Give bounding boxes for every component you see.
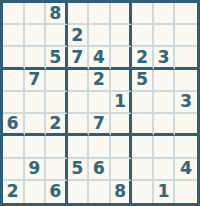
cell-r5c2[interactable] <box>25 92 47 114</box>
cell-r7c7[interactable] <box>132 136 154 158</box>
cell-r1c2[interactable] <box>25 3 47 25</box>
cell-r2c5[interactable] <box>89 25 111 47</box>
given-digit: 2 <box>72 27 84 44</box>
cell-r5c3[interactable] <box>46 92 68 114</box>
cell-r7c9[interactable] <box>175 136 197 158</box>
cell-r8c2[interactable]: 9 <box>25 159 47 181</box>
given-digit: 1 <box>114 93 126 110</box>
cell-r8c9[interactable]: 4 <box>175 159 197 181</box>
cell-r5c4[interactable] <box>68 92 90 114</box>
cell-r4c5[interactable]: 2 <box>89 70 111 92</box>
cell-r5c8[interactable] <box>154 92 176 114</box>
cell-r5c5[interactable] <box>89 92 111 114</box>
cell-r4c9[interactable] <box>175 70 197 92</box>
cell-r9c5[interactable] <box>89 181 111 203</box>
cell-r1c4[interactable] <box>68 3 90 25</box>
cell-r8c6[interactable] <box>111 159 133 181</box>
cell-r7c4[interactable] <box>68 136 90 158</box>
cell-r9c9[interactable] <box>175 181 197 203</box>
given-digit: 6 <box>49 183 61 200</box>
cell-r1c5[interactable] <box>89 3 111 25</box>
cell-r3c4[interactable]: 7 <box>68 47 90 69</box>
given-digit: 5 <box>136 71 148 88</box>
cell-r9c8[interactable]: 1 <box>154 181 176 203</box>
cell-r1c8[interactable] <box>154 3 176 25</box>
given-digit: 8 <box>114 183 126 200</box>
cell-r8c3[interactable] <box>46 159 68 181</box>
cell-r5c1[interactable] <box>3 92 25 114</box>
cell-r8c7[interactable] <box>132 159 154 181</box>
cell-r9c6[interactable]: 8 <box>111 181 133 203</box>
cell-r7c3[interactable] <box>46 136 68 158</box>
given-digit: 2 <box>136 49 148 66</box>
cell-r4c1[interactable] <box>3 70 25 92</box>
given-digit: 1 <box>158 183 170 200</box>
cell-r4c6[interactable] <box>111 70 133 92</box>
given-digit: 2 <box>93 71 105 88</box>
cell-r2c7[interactable] <box>132 25 154 47</box>
cell-r1c7[interactable] <box>132 3 154 25</box>
cell-r9c7[interactable] <box>132 181 154 203</box>
cell-r6c5[interactable]: 7 <box>89 114 111 136</box>
sudoku-board: 82574237251362795642681 <box>0 0 200 206</box>
cell-r2c2[interactable] <box>25 25 47 47</box>
cell-r6c4[interactable] <box>68 114 90 136</box>
given-digit: 7 <box>28 71 40 88</box>
cell-r3c9[interactable] <box>175 47 197 69</box>
given-digit: 6 <box>93 160 105 177</box>
cell-r1c1[interactable] <box>3 3 25 25</box>
cell-r3c8[interactable]: 3 <box>154 47 176 69</box>
cell-r6c3[interactable]: 2 <box>46 114 68 136</box>
cell-r2c1[interactable] <box>3 25 25 47</box>
cell-r5c6[interactable]: 1 <box>111 92 133 114</box>
given-digit: 6 <box>7 115 19 132</box>
cell-r3c2[interactable] <box>25 47 47 69</box>
cell-r3c6[interactable] <box>111 47 133 69</box>
given-digit: 5 <box>49 49 61 66</box>
cell-r6c8[interactable] <box>154 114 176 136</box>
cell-r8c8[interactable] <box>154 159 176 181</box>
cell-r1c6[interactable] <box>111 3 133 25</box>
given-digit: 9 <box>28 160 40 177</box>
cell-r7c1[interactable] <box>3 136 25 158</box>
cell-r5c9[interactable]: 3 <box>175 92 197 114</box>
cell-r8c5[interactable]: 6 <box>89 159 111 181</box>
cell-r2c6[interactable] <box>111 25 133 47</box>
cell-r8c4[interactable]: 5 <box>68 159 90 181</box>
cell-r3c1[interactable] <box>3 47 25 69</box>
cell-r7c5[interactable] <box>89 136 111 158</box>
given-digit: 2 <box>49 115 61 132</box>
given-digit: 7 <box>93 115 105 132</box>
cell-r2c9[interactable] <box>175 25 197 47</box>
cell-r6c7[interactable] <box>132 114 154 136</box>
cell-r7c2[interactable] <box>25 136 47 158</box>
cell-r6c1[interactable]: 6 <box>3 114 25 136</box>
cell-r4c8[interactable] <box>154 70 176 92</box>
cell-r5c7[interactable] <box>132 92 154 114</box>
given-digit: 8 <box>49 5 61 22</box>
cell-r7c8[interactable] <box>154 136 176 158</box>
cell-r9c3[interactable]: 6 <box>46 181 68 203</box>
given-digit: 3 <box>180 93 192 110</box>
cell-r4c2[interactable]: 7 <box>25 70 47 92</box>
cell-r4c7[interactable]: 5 <box>132 70 154 92</box>
given-digit: 4 <box>180 160 192 177</box>
cell-r2c4[interactable]: 2 <box>68 25 90 47</box>
cell-r3c7[interactable]: 2 <box>132 47 154 69</box>
cell-r9c1[interactable]: 2 <box>3 181 25 203</box>
cell-r4c3[interactable] <box>46 70 68 92</box>
cell-r6c2[interactable] <box>25 114 47 136</box>
cell-r4c4[interactable] <box>68 70 90 92</box>
cell-r1c3[interactable]: 8 <box>46 3 68 25</box>
given-digit: 7 <box>72 49 84 66</box>
cell-r6c9[interactable] <box>175 114 197 136</box>
cell-r9c2[interactable] <box>25 181 47 203</box>
given-digit: 5 <box>72 160 84 177</box>
cell-r2c8[interactable] <box>154 25 176 47</box>
cell-r3c3[interactable]: 5 <box>46 47 68 69</box>
cell-r8c1[interactable] <box>3 159 25 181</box>
given-digit: 3 <box>158 49 170 66</box>
cell-r1c9[interactable] <box>175 3 197 25</box>
cell-r9c4[interactable] <box>68 181 90 203</box>
given-digit: 2 <box>7 183 19 200</box>
cell-r7c6[interactable] <box>111 136 133 158</box>
given-digit: 4 <box>93 49 105 66</box>
cell-r3c5[interactable]: 4 <box>89 47 111 69</box>
cell-r2c3[interactable] <box>46 25 68 47</box>
cell-r6c6[interactable] <box>111 114 133 136</box>
